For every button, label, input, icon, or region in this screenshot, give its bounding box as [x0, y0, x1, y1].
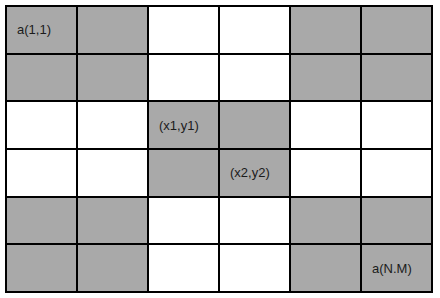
grid-cell-r6c6: a(N.M) — [362, 245, 431, 291]
grid-cell-r4c6 — [362, 150, 431, 196]
grid-cell-r5c2 — [78, 198, 147, 244]
grid-cell-r4c1 — [7, 150, 76, 196]
diagram-canvas: a(1,1)(x1,y1)(x2,y2)a(N.M) — [0, 0, 440, 298]
grid-cell-r2c5 — [291, 55, 360, 101]
grid-cell-r5c4 — [220, 198, 289, 244]
grid-cell-r6c1 — [7, 245, 76, 291]
grid-cell-r6c3 — [149, 245, 218, 291]
grid-cell-r4c5 — [291, 150, 360, 196]
grid-cell-r3c1 — [7, 102, 76, 148]
grid-cell-r5c5 — [291, 198, 360, 244]
grid-cell-r3c5 — [291, 102, 360, 148]
grid-cell-r5c3 — [149, 198, 218, 244]
grid-cell-r2c3 — [149, 55, 218, 101]
grid-cell-r4c3 — [149, 150, 218, 196]
grid-cell-r3c3: (x1,y1) — [149, 102, 218, 148]
grid-cell-r6c2 — [78, 245, 147, 291]
grid-cell-r1c5 — [291, 7, 360, 53]
grid-cell-r4c2 — [78, 150, 147, 196]
grid-cell-r2c4 — [220, 55, 289, 101]
grid-cell-r1c1: a(1,1) — [7, 7, 76, 53]
grid-board: a(1,1)(x1,y1)(x2,y2)a(N.M) — [5, 5, 433, 293]
grid-cell-r6c5 — [291, 245, 360, 291]
grid-cell-r5c1 — [7, 198, 76, 244]
cell-label: (x1,y1) — [159, 118, 199, 133]
cell-label: a(N.M) — [372, 261, 412, 276]
grid-cell-r3c4 — [220, 102, 289, 148]
grid-cell-r2c6 — [362, 55, 431, 101]
grid-cell-r6c4 — [220, 245, 289, 291]
grid-cell-r2c2 — [78, 55, 147, 101]
grid-cell-r5c6 — [362, 198, 431, 244]
cell-label: (x2,y2) — [230, 165, 270, 180]
grid-cell-r3c6 — [362, 102, 431, 148]
grid-cell-r4c4: (x2,y2) — [220, 150, 289, 196]
grid-cell-r1c3 — [149, 7, 218, 53]
grid-cell-r3c2 — [78, 102, 147, 148]
grid-cell-r1c4 — [220, 7, 289, 53]
grid-cell-r1c2 — [78, 7, 147, 53]
grid-cell-r1c6 — [362, 7, 431, 53]
cell-label: a(1,1) — [17, 22, 51, 37]
grid-cell-r2c1 — [7, 55, 76, 101]
